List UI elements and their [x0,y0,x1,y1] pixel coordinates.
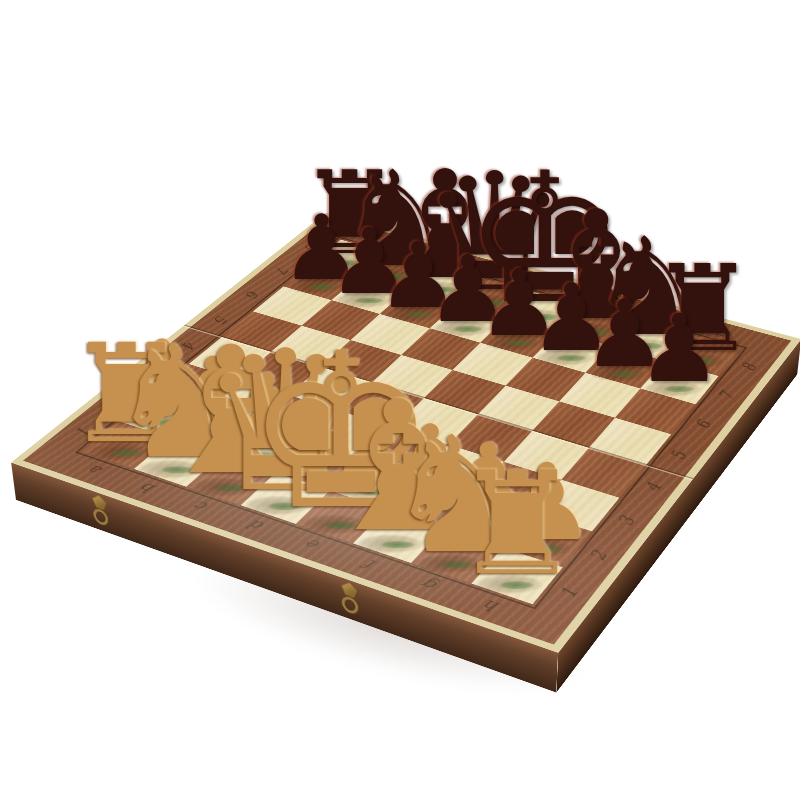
square-b1[interactable] [134,438,223,487]
square-f1[interactable] [353,509,444,563]
square-d2[interactable] [275,441,362,490]
square-d3[interactable] [309,411,394,458]
brass-clasp-left[interactable] [90,492,111,531]
square-a2[interactable] [119,392,205,438]
rank-label-2: 2 [84,384,157,419]
chessboard-scene: abcdefgh 87654321 87654321 abcdefgh [134,108,714,688]
square-b2[interactable] [170,408,256,455]
square-g4[interactable] [504,431,588,480]
square-h5[interactable] [589,417,672,465]
square-f2[interactable] [386,476,474,528]
square-g2[interactable] [444,494,533,547]
product-photo-canvas: abcdefgh 87654321 87654321 abcdefgh [0,0,800,800]
square-e3[interactable] [363,427,449,475]
square-c1[interactable] [186,455,275,505]
square-g5[interactable] [532,401,614,448]
square-g3[interactable] [474,462,561,513]
clasp-ring-icon [93,507,109,528]
square-e4[interactable] [394,398,478,444]
clasp-ring-icon [341,594,358,616]
square-e1[interactable] [296,490,386,543]
brass-clasp-right[interactable] [340,579,360,619]
square-a1[interactable] [82,421,170,469]
square-h2[interactable] [502,512,591,567]
square-h4[interactable] [561,448,646,498]
square-e2[interactable] [330,458,418,509]
square-f3[interactable] [418,444,504,494]
square-c3[interactable] [256,395,341,441]
square-h1[interactable] [471,547,563,604]
square-h3[interactable] [532,479,619,531]
square-d1[interactable] [240,472,330,524]
square-f4[interactable] [448,414,532,461]
square-g1[interactable] [411,528,502,584]
square-c2[interactable] [222,424,309,472]
rank-label-1: 1 [47,412,122,449]
